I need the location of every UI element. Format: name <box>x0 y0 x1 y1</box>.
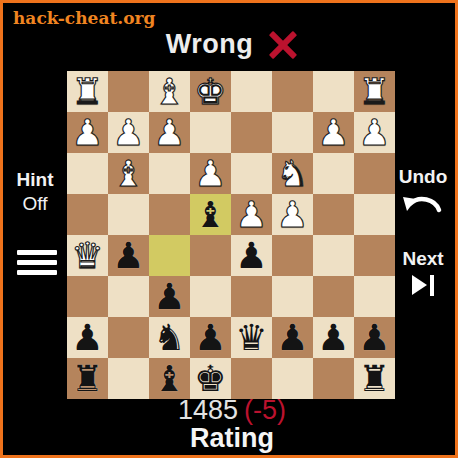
square-b4[interactable] <box>313 194 354 235</box>
square-b8[interactable] <box>313 358 354 399</box>
piece-wP-a2[interactable]: ♟ <box>358 112 390 153</box>
square-f6[interactable]: ♟ <box>149 276 190 317</box>
square-a4[interactable] <box>354 194 395 235</box>
square-c1[interactable] <box>272 71 313 112</box>
square-d1[interactable] <box>231 71 272 112</box>
piece-bR-a8[interactable]: ♜ <box>358 358 390 399</box>
square-g8[interactable] <box>108 358 149 399</box>
square-e4[interactable]: ♝ <box>190 194 231 235</box>
piece-bR-h8[interactable]: ♜ <box>71 358 103 399</box>
piece-wP-h2[interactable]: ♟ <box>71 112 103 153</box>
piece-bB-f8[interactable]: ♝ <box>153 358 185 399</box>
square-h8[interactable]: ♜ <box>67 358 108 399</box>
square-a3[interactable] <box>354 153 395 194</box>
square-g6[interactable] <box>108 276 149 317</box>
square-b5[interactable] <box>313 235 354 276</box>
piece-bP-f6[interactable]: ♟ <box>153 276 185 317</box>
square-f4[interactable] <box>149 194 190 235</box>
square-d8[interactable] <box>231 358 272 399</box>
square-b6[interactable] <box>313 276 354 317</box>
square-a1[interactable]: ♜ <box>354 71 395 112</box>
square-d6[interactable] <box>231 276 272 317</box>
square-b2[interactable]: ♟ <box>313 112 354 153</box>
hint-label[interactable]: Hint <box>3 169 67 191</box>
piece-wK-e1[interactable]: ♚ <box>194 71 226 112</box>
square-e3[interactable]: ♟ <box>190 153 231 194</box>
square-g3[interactable]: ♝ <box>108 153 149 194</box>
rating-value: 1485 <box>178 395 238 425</box>
square-e5[interactable] <box>190 235 231 276</box>
hint-state-toggle[interactable]: Off <box>3 193 67 215</box>
square-e2[interactable] <box>190 112 231 153</box>
piece-wP-d4[interactable]: ♟ <box>235 194 267 235</box>
square-c4[interactable]: ♟ <box>272 194 313 235</box>
square-g1[interactable] <box>108 71 149 112</box>
square-g2[interactable]: ♟ <box>108 112 149 153</box>
square-a5[interactable] <box>354 235 395 276</box>
square-h6[interactable] <box>67 276 108 317</box>
square-c5[interactable] <box>272 235 313 276</box>
square-c3[interactable]: ♞ <box>272 153 313 194</box>
square-e8[interactable]: ♚ <box>190 358 231 399</box>
piece-bP-b7[interactable]: ♟ <box>317 317 349 358</box>
piece-bP-e7[interactable]: ♟ <box>194 317 226 358</box>
piece-wN-c3[interactable]: ♞ <box>276 153 308 194</box>
piece-bP-c7[interactable]: ♟ <box>276 317 308 358</box>
piece-wP-g2[interactable]: ♟ <box>112 112 144 153</box>
piece-bP-d5[interactable]: ♟ <box>235 235 267 276</box>
piece-bP-h7[interactable]: ♟ <box>71 317 103 358</box>
square-g7[interactable] <box>108 317 149 358</box>
square-a8[interactable]: ♜ <box>354 358 395 399</box>
square-a7[interactable]: ♟ <box>354 317 395 358</box>
square-c7[interactable]: ♟ <box>272 317 313 358</box>
piece-bQ-d7[interactable]: ♛ <box>235 317 267 358</box>
piece-wQ-h5[interactable]: ♛ <box>71 235 103 276</box>
result-label: Wrong <box>166 29 253 60</box>
square-g5[interactable]: ♟ <box>108 235 149 276</box>
wrong-x-icon <box>268 30 298 60</box>
next-button[interactable] <box>405 274 441 296</box>
piece-bB-e4[interactable]: ♝ <box>194 194 226 235</box>
piece-wB-f1[interactable]: ♝ <box>153 71 185 112</box>
square-h7[interactable]: ♟ <box>67 317 108 358</box>
piece-bK-e8[interactable]: ♚ <box>194 358 226 399</box>
square-b1[interactable] <box>313 71 354 112</box>
square-a2[interactable]: ♟ <box>354 112 395 153</box>
square-d4[interactable]: ♟ <box>231 194 272 235</box>
square-b7[interactable]: ♟ <box>313 317 354 358</box>
rating-label: Rating <box>3 423 458 454</box>
rating-delta: (-5) <box>244 395 286 425</box>
square-f3[interactable] <box>149 153 190 194</box>
next-label[interactable]: Next <box>391 248 455 270</box>
chess-board: ♜♝♚♜♟♟♟♟♟♝♟♞♝♟♟♛♟♟♟♟♞♟♛♟♟♟♜♝♚♜ <box>67 71 395 399</box>
piece-wR-h1[interactable]: ♜ <box>71 71 103 112</box>
piece-wP-f2[interactable]: ♟ <box>153 112 185 153</box>
piece-wR-a1[interactable]: ♜ <box>358 71 390 112</box>
square-h4[interactable] <box>67 194 108 235</box>
square-c2[interactable] <box>272 112 313 153</box>
rating-line: 1485(-5) <box>3 395 458 426</box>
piece-wP-c4[interactable]: ♟ <box>276 194 308 235</box>
square-c8[interactable] <box>272 358 313 399</box>
square-f5[interactable] <box>149 235 190 276</box>
menu-button[interactable] <box>17 250 57 275</box>
undo-arrow-icon <box>402 191 444 219</box>
result-banner: Wrong <box>3 29 458 60</box>
square-d5[interactable]: ♟ <box>231 235 272 276</box>
skip-next-icon <box>412 275 427 295</box>
piece-bP-g5[interactable]: ♟ <box>112 235 144 276</box>
piece-wP-b2[interactable]: ♟ <box>317 112 349 153</box>
square-e6[interactable] <box>190 276 231 317</box>
square-h3[interactable] <box>67 153 108 194</box>
square-g4[interactable] <box>108 194 149 235</box>
square-f1[interactable]: ♝ <box>149 71 190 112</box>
square-h1[interactable]: ♜ <box>67 71 108 112</box>
square-b3[interactable] <box>313 153 354 194</box>
app-screen: hack-cheat.org Wrong ♜♝♚♜♟♟♟♟♟♝♟♞♝♟♟♛♟♟♟… <box>0 0 458 458</box>
square-a6[interactable] <box>354 276 395 317</box>
square-e7[interactable]: ♟ <box>190 317 231 358</box>
hamburger-icon <box>17 250 57 255</box>
piece-wB-g3[interactable]: ♝ <box>112 153 144 194</box>
square-d2[interactable] <box>231 112 272 153</box>
square-f7[interactable]: ♞ <box>149 317 190 358</box>
square-h2[interactable]: ♟ <box>67 112 108 153</box>
square-d3[interactable] <box>231 153 272 194</box>
square-f8[interactable]: ♝ <box>149 358 190 399</box>
undo-button[interactable] <box>402 191 444 219</box>
square-e1[interactable]: ♚ <box>190 71 231 112</box>
piece-wP-e3[interactable]: ♟ <box>194 153 226 194</box>
square-f2[interactable]: ♟ <box>149 112 190 153</box>
undo-label[interactable]: Undo <box>391 166 455 188</box>
square-c6[interactable] <box>272 276 313 317</box>
watermark: hack-cheat.org <box>13 8 155 28</box>
piece-bP-a7[interactable]: ♟ <box>358 317 390 358</box>
piece-bN-f7[interactable]: ♞ <box>153 317 185 358</box>
square-d7[interactable]: ♛ <box>231 317 272 358</box>
square-h5[interactable]: ♛ <box>67 235 108 276</box>
